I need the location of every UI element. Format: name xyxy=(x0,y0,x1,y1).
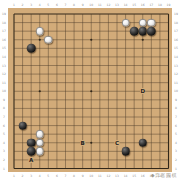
coord-bottom-14: 14 xyxy=(124,174,128,177)
stone-black-O3 xyxy=(121,147,130,156)
stone-white-Q18 xyxy=(139,18,148,27)
coord-bottom-11: 11 xyxy=(98,174,102,177)
stone-white-D4 xyxy=(36,139,45,148)
coord-top-15: 15 xyxy=(132,3,136,6)
coord-left-13: 7 xyxy=(3,116,5,119)
move-label-C[interactable]: C xyxy=(114,140,119,146)
coord-right-5: 15 xyxy=(174,47,178,50)
coord-bottom-16: 16 xyxy=(141,174,145,177)
stone-black-P17 xyxy=(130,27,139,36)
coord-bottom-4: 4 xyxy=(39,174,41,177)
coord-top-1: 1 xyxy=(13,3,15,6)
coord-top-11: 11 xyxy=(98,3,102,6)
stone-white-O18 xyxy=(121,18,130,27)
coord-bottom-3: 3 xyxy=(30,174,32,177)
coord-bottom-6: 6 xyxy=(56,174,58,177)
coord-top-16: 16 xyxy=(141,3,145,6)
stone-black-C15 xyxy=(27,44,36,53)
coord-bottom-9: 9 xyxy=(82,174,84,177)
coord-left-6: 14 xyxy=(2,55,6,58)
coord-right-9: 11 xyxy=(174,81,178,84)
coord-bottom-12: 12 xyxy=(106,174,110,177)
stone-white-D17 xyxy=(36,27,45,36)
coord-top-7: 7 xyxy=(65,3,67,6)
coord-left-16: 4 xyxy=(3,141,5,144)
coord-bottom-1: 1 xyxy=(13,174,15,177)
coord-bottom-8: 8 xyxy=(73,174,75,177)
coord-top-6: 6 xyxy=(56,3,58,6)
coord-left-12: 8 xyxy=(3,107,5,110)
coord-left-15: 5 xyxy=(3,133,5,136)
stone-white-D5 xyxy=(36,130,45,139)
move-label-B[interactable]: B xyxy=(80,140,85,146)
coord-bottom-5: 5 xyxy=(47,174,49,177)
coord-left-2: 18 xyxy=(2,21,6,24)
coord-right-11: 9 xyxy=(175,98,177,101)
watermark: ◆弈客围棋 xyxy=(151,172,177,178)
stone-white-D3 xyxy=(36,147,45,156)
coord-left-8: 12 xyxy=(2,73,6,76)
stone-black-C4 xyxy=(27,139,36,148)
coord-top-5: 5 xyxy=(47,3,49,6)
coord-top-3: 3 xyxy=(30,3,32,6)
stone-black-R17 xyxy=(147,27,156,36)
coord-right-6: 14 xyxy=(174,55,178,58)
coord-left-1: 19 xyxy=(2,13,6,16)
stone-white-R18 xyxy=(147,18,156,27)
coord-bottom-15: 15 xyxy=(132,174,136,177)
coord-top-12: 12 xyxy=(106,3,110,6)
coord-left-9: 11 xyxy=(2,81,6,84)
coord-left-4: 16 xyxy=(2,38,6,41)
stone-black-Q4 xyxy=(139,139,148,148)
coord-left-10: 10 xyxy=(2,90,6,93)
coord-right-1: 19 xyxy=(174,13,178,16)
coord-top-2: 2 xyxy=(22,3,24,6)
watermark-text: 弈客围棋 xyxy=(155,172,177,178)
coord-right-10: 10 xyxy=(174,90,178,93)
coord-left-19: 1 xyxy=(3,167,5,170)
coord-top-10: 10 xyxy=(89,3,93,6)
coord-top-17: 17 xyxy=(149,3,153,6)
move-label-D[interactable]: D xyxy=(140,88,146,94)
move-label-A[interactable]: A xyxy=(29,157,34,163)
coord-right-13: 7 xyxy=(175,116,177,119)
coord-top-9: 9 xyxy=(82,3,84,6)
coord-left-11: 9 xyxy=(3,98,5,101)
coord-top-19: 19 xyxy=(167,3,171,6)
coord-left-3: 17 xyxy=(2,30,6,33)
coord-top-14: 14 xyxy=(124,3,128,6)
coord-left-7: 13 xyxy=(2,64,6,67)
coord-top-8: 8 xyxy=(73,3,75,6)
coord-right-16: 4 xyxy=(175,141,177,144)
coord-right-7: 13 xyxy=(174,64,178,67)
coord-bottom-7: 7 xyxy=(65,174,67,177)
coord-left-17: 3 xyxy=(3,150,5,153)
coord-left-14: 6 xyxy=(3,124,5,127)
coord-right-14: 6 xyxy=(175,124,177,127)
coord-right-15: 5 xyxy=(175,133,177,136)
coord-right-4: 16 xyxy=(174,38,178,41)
coord-right-18: 2 xyxy=(175,158,177,161)
stone-white-E16 xyxy=(44,36,53,45)
stone-black-B6 xyxy=(18,121,27,130)
coord-right-17: 3 xyxy=(175,150,177,153)
coord-right-19: 1 xyxy=(175,167,177,170)
coord-left-5: 15 xyxy=(2,47,6,50)
coord-left-18: 2 xyxy=(3,158,5,161)
coord-top-18: 18 xyxy=(158,3,162,6)
stone-black-Q17 xyxy=(139,27,148,36)
coord-top-13: 13 xyxy=(115,3,119,6)
coord-bottom-10: 10 xyxy=(89,174,93,177)
coord-right-3: 17 xyxy=(174,30,178,33)
coord-right-12: 8 xyxy=(175,107,177,110)
stone-black-C3 xyxy=(27,147,36,156)
coord-right-8: 12 xyxy=(174,73,178,76)
coord-bottom-2: 2 xyxy=(22,174,24,177)
coord-right-2: 18 xyxy=(174,21,178,24)
coord-top-4: 4 xyxy=(39,3,41,6)
go-diagram: ABCD 12345678910111213141516171819123456… xyxy=(0,0,180,180)
coord-bottom-13: 13 xyxy=(115,174,119,177)
